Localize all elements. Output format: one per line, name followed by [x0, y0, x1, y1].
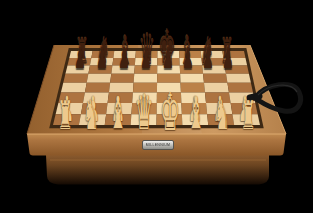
square-d5 — [134, 74, 158, 83]
square-e6 — [157, 66, 180, 74]
square-g7 — [201, 58, 224, 66]
square-g1 — [207, 114, 234, 125]
square-b1 — [79, 114, 106, 125]
square-c8 — [113, 51, 136, 58]
square-e3 — [157, 93, 182, 104]
square-f2 — [181, 103, 207, 114]
square-f1 — [182, 114, 208, 125]
square-d6 — [134, 66, 157, 74]
square-h2 — [231, 103, 258, 114]
square-b6 — [88, 66, 112, 74]
square-d4 — [133, 83, 157, 93]
square-c4 — [109, 83, 134, 93]
square-a3 — [58, 93, 85, 104]
square-d1 — [131, 114, 157, 125]
square-h1 — [232, 114, 260, 125]
square-a4 — [61, 83, 87, 93]
square-c6 — [111, 66, 135, 74]
square-g3 — [205, 93, 231, 104]
square-h5 — [226, 74, 251, 83]
square-g8 — [201, 51, 224, 58]
square-a8 — [69, 51, 92, 58]
square-b5 — [87, 74, 112, 83]
square-e5 — [157, 74, 180, 83]
brand-plate: MILLENNIUM — [142, 140, 174, 150]
square-d8 — [135, 51, 157, 58]
square-c7 — [112, 58, 135, 66]
chess-computer-photo: MILLENNIUM ♜♞♝♛♚♝♞♜♟♟♟♟♟♟♟♟♟♟♟♟♟♟♟♟♜♞♝♛♚… — [0, 0, 313, 213]
square-c2 — [106, 103, 132, 114]
square-g2 — [206, 103, 232, 114]
square-e1 — [157, 114, 183, 125]
square-g5 — [203, 74, 227, 83]
square-e8 — [157, 51, 179, 58]
square-f7 — [179, 58, 202, 66]
square-e7 — [157, 58, 179, 66]
square-b3 — [83, 93, 109, 104]
square-b2 — [81, 103, 108, 114]
square-h7 — [223, 58, 247, 66]
square-a5 — [63, 74, 88, 83]
brand-plate-text: MILLENNIUM — [146, 143, 171, 147]
square-f4 — [181, 83, 205, 93]
square-h4 — [227, 83, 253, 93]
square-e2 — [157, 103, 182, 114]
square-d3 — [132, 93, 157, 104]
square-b7 — [90, 58, 113, 66]
square-d7 — [135, 58, 158, 66]
square-c1 — [105, 114, 132, 125]
square-h6 — [225, 66, 249, 74]
square-d2 — [131, 103, 156, 114]
square-f3 — [181, 93, 206, 104]
square-e4 — [157, 83, 181, 93]
square-b8 — [91, 51, 114, 58]
square-c3 — [108, 93, 133, 104]
square-f8 — [179, 51, 201, 58]
square-a7 — [67, 58, 91, 66]
square-a2 — [56, 103, 83, 114]
square-f6 — [180, 66, 203, 74]
square-g4 — [204, 83, 229, 93]
square-g6 — [202, 66, 226, 74]
square-b4 — [85, 83, 110, 93]
square-h8 — [222, 51, 245, 58]
board — [0, 0, 313, 213]
square-c5 — [110, 74, 134, 83]
square-f5 — [180, 74, 204, 83]
square-a6 — [65, 66, 89, 74]
square-a1 — [53, 114, 81, 125]
